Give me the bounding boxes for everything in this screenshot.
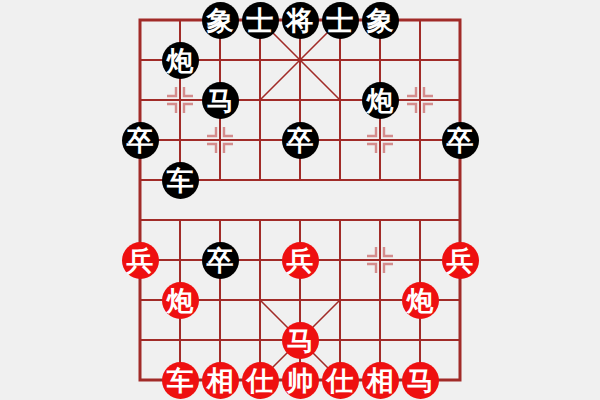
board-point-3-3[interactable] <box>240 120 280 160</box>
board-point-1-8[interactable] <box>160 320 200 360</box>
board-point-0-3[interactable]: 卒 <box>120 120 160 160</box>
board-point-7-8[interactable] <box>400 320 440 360</box>
board-grid: 象士将士象炮马炮卒卒卒车兵卒兵兵炮炮马车相仕帅仕相马 <box>120 0 480 400</box>
board-point-3-8[interactable] <box>240 320 280 360</box>
board-point-4-8[interactable]: 马 <box>280 320 320 360</box>
board-point-8-3[interactable]: 卒 <box>440 120 480 160</box>
board-point-4-3[interactable]: 卒 <box>280 120 320 160</box>
board-point-8-6[interactable]: 兵 <box>440 240 480 280</box>
board-point-5-6[interactable] <box>320 240 360 280</box>
board-point-7-5[interactable] <box>400 200 440 240</box>
board-point-8-0[interactable] <box>440 0 480 40</box>
board-point-7-4[interactable] <box>400 160 440 200</box>
board-point-6-6[interactable] <box>360 240 400 280</box>
board-point-8-2[interactable] <box>440 80 480 120</box>
board-point-3-7[interactable] <box>240 280 280 320</box>
board-point-4-7[interactable] <box>280 280 320 320</box>
piece-black-chariot[interactable]: 车 <box>162 162 199 199</box>
piece-red-advisor[interactable]: 仕 <box>242 362 279 399</box>
board-point-1-5[interactable] <box>160 200 200 240</box>
piece-black-elephant[interactable]: 象 <box>362 2 399 39</box>
piece-black-soldier[interactable]: 卒 <box>282 122 319 159</box>
board-point-6-1[interactable] <box>360 40 400 80</box>
board-point-6-2[interactable]: 炮 <box>360 80 400 120</box>
board-point-7-7[interactable]: 炮 <box>400 280 440 320</box>
board-point-6-4[interactable] <box>360 160 400 200</box>
board-point-2-8[interactable] <box>200 320 240 360</box>
board-point-3-0[interactable]: 士 <box>240 0 280 40</box>
board-point-8-9[interactable] <box>440 360 480 400</box>
piece-black-general[interactable]: 将 <box>282 2 319 39</box>
board-point-2-2[interactable]: 马 <box>200 80 240 120</box>
board-point-8-8[interactable] <box>440 320 480 360</box>
board-point-4-0[interactable]: 将 <box>280 0 320 40</box>
piece-black-cannon[interactable]: 炮 <box>162 42 199 79</box>
board-point-6-0[interactable]: 象 <box>360 0 400 40</box>
board-point-5-4[interactable] <box>320 160 360 200</box>
board-point-4-2[interactable] <box>280 80 320 120</box>
piece-black-cannon[interactable]: 炮 <box>362 82 399 119</box>
board-point-5-1[interactable] <box>320 40 360 80</box>
board-point-7-2[interactable] <box>400 80 440 120</box>
board-point-4-9[interactable]: 帅 <box>280 360 320 400</box>
board-point-5-3[interactable] <box>320 120 360 160</box>
board-point-2-6[interactable]: 卒 <box>200 240 240 280</box>
board-point-7-6[interactable] <box>400 240 440 280</box>
piece-red-elephant[interactable]: 相 <box>202 362 239 399</box>
board-point-0-8[interactable] <box>120 320 160 360</box>
board-point-8-7[interactable] <box>440 280 480 320</box>
board-point-0-6[interactable]: 兵 <box>120 240 160 280</box>
board-point-3-4[interactable] <box>240 160 280 200</box>
board-point-3-1[interactable] <box>240 40 280 80</box>
board-point-2-5[interactable] <box>200 200 240 240</box>
piece-red-soldier[interactable]: 兵 <box>282 242 319 279</box>
board-point-2-3[interactable] <box>200 120 240 160</box>
board-point-7-0[interactable] <box>400 0 440 40</box>
board-point-3-5[interactable] <box>240 200 280 240</box>
board-point-0-2[interactable] <box>120 80 160 120</box>
board-point-1-7[interactable]: 炮 <box>160 280 200 320</box>
board-point-1-2[interactable] <box>160 80 200 120</box>
board-point-1-4[interactable]: 车 <box>160 160 200 200</box>
piece-black-soldier[interactable]: 卒 <box>122 122 159 159</box>
board-point-6-7[interactable] <box>360 280 400 320</box>
board-point-1-3[interactable] <box>160 120 200 160</box>
board-point-2-0[interactable]: 象 <box>200 0 240 40</box>
board-point-1-6[interactable] <box>160 240 200 280</box>
board-point-0-5[interactable] <box>120 200 160 240</box>
board-point-5-7[interactable] <box>320 280 360 320</box>
board-point-4-4[interactable] <box>280 160 320 200</box>
piece-red-cannon[interactable]: 炮 <box>402 282 439 319</box>
board-point-3-9[interactable]: 仕 <box>240 360 280 400</box>
board-point-5-5[interactable] <box>320 200 360 240</box>
board-point-6-3[interactable] <box>360 120 400 160</box>
piece-red-horse[interactable]: 马 <box>402 362 439 399</box>
board-point-0-7[interactable] <box>120 280 160 320</box>
board-point-3-2[interactable] <box>240 80 280 120</box>
board-point-8-1[interactable] <box>440 40 480 80</box>
piece-black-soldier[interactable]: 卒 <box>202 242 239 279</box>
board-point-4-5[interactable] <box>280 200 320 240</box>
board-point-4-6[interactable]: 兵 <box>280 240 320 280</box>
piece-red-advisor[interactable]: 仕 <box>322 362 359 399</box>
board-point-3-6[interactable] <box>240 240 280 280</box>
board-point-4-1[interactable] <box>280 40 320 80</box>
piece-red-general[interactable]: 帅 <box>282 362 319 399</box>
board-point-1-0[interactable] <box>160 0 200 40</box>
board-point-5-9[interactable]: 仕 <box>320 360 360 400</box>
board-point-2-7[interactable] <box>200 280 240 320</box>
board-point-8-4[interactable] <box>440 160 480 200</box>
piece-red-cannon[interactable]: 炮 <box>162 282 199 319</box>
board-point-7-1[interactable] <box>400 40 440 80</box>
piece-black-advisor[interactable]: 士 <box>322 2 359 39</box>
board-point-6-8[interactable] <box>360 320 400 360</box>
board-point-7-9[interactable]: 马 <box>400 360 440 400</box>
board-point-2-1[interactable] <box>200 40 240 80</box>
board-point-2-9[interactable]: 相 <box>200 360 240 400</box>
xiangqi-app: 象士将士象炮马炮卒卒卒车兵卒兵兵炮炮马车相仕帅仕相马 <box>0 0 600 400</box>
piece-black-horse[interactable]: 马 <box>202 82 239 119</box>
piece-red-soldier[interactable]: 兵 <box>122 242 159 279</box>
board-point-0-1[interactable] <box>120 40 160 80</box>
piece-red-chariot[interactable]: 车 <box>162 362 199 399</box>
board-point-1-1[interactable]: 炮 <box>160 40 200 80</box>
board-point-7-3[interactable] <box>400 120 440 160</box>
piece-red-elephant[interactable]: 相 <box>362 362 399 399</box>
piece-black-elephant[interactable]: 象 <box>202 2 239 39</box>
board-point-8-5[interactable] <box>440 200 480 240</box>
board-point-6-9[interactable]: 相 <box>360 360 400 400</box>
board-point-0-4[interactable] <box>120 160 160 200</box>
board-point-5-2[interactable] <box>320 80 360 120</box>
board-point-1-9[interactable]: 车 <box>160 360 200 400</box>
piece-black-advisor[interactable]: 士 <box>242 2 279 39</box>
board-point-2-4[interactable] <box>200 160 240 200</box>
board-point-5-8[interactable] <box>320 320 360 360</box>
board-point-6-5[interactable] <box>360 200 400 240</box>
piece-black-soldier[interactable]: 卒 <box>442 122 479 159</box>
board-point-0-0[interactable] <box>120 0 160 40</box>
piece-red-soldier[interactable]: 兵 <box>442 242 479 279</box>
board-point-5-0[interactable]: 士 <box>320 0 360 40</box>
board-point-0-9[interactable] <box>120 360 160 400</box>
piece-red-horse[interactable]: 马 <box>282 322 319 359</box>
